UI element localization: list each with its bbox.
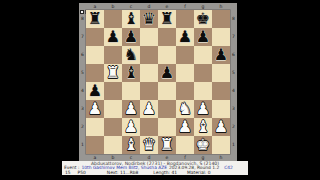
white-b-g2[interactable]: ♝	[194, 118, 212, 136]
video-frame: { "game": "chess", "position": "r1bqr1k1…	[0, 0, 320, 180]
stat-length: Length: 41	[153, 171, 177, 175]
square-f8[interactable]	[176, 10, 194, 28]
square-h3[interactable]	[212, 100, 230, 118]
black-k-g8[interactable]: ♚	[194, 10, 212, 28]
square-e1[interactable]: ♜	[158, 136, 176, 154]
rank-label-8: 8	[79, 10, 86, 28]
board-frame: abcdefgh 87654321 ♜♝♛♜♚♟♟♟♟♞♟♜♝♟♟♟♟♟♞♟♟♟…	[79, 3, 237, 161]
rank-label-3: 3	[79, 100, 86, 118]
rank-label-1: 1	[230, 136, 237, 154]
square-e6[interactable]	[158, 46, 176, 64]
rank-label-4: 4	[230, 82, 237, 100]
black-p-b7[interactable]: ♟	[104, 28, 122, 46]
file-label-f: f	[176, 3, 194, 10]
black-p-g7[interactable]: ♟	[194, 28, 212, 46]
board: ♜♝♛♜♚♟♟♟♟♞♟♜♝♟♟♟♟♟♞♟♟♟♝♟♝♛♜♚	[86, 10, 230, 154]
rank-label-5: 5	[230, 64, 237, 82]
white-p-h2[interactable]: ♟	[212, 118, 230, 136]
white-p-a3[interactable]: ♟	[86, 100, 104, 118]
white-r-e1[interactable]: ♜	[158, 136, 176, 154]
square-a7[interactable]	[86, 28, 104, 46]
square-b7[interactable]: ♟	[104, 28, 122, 46]
square-b2[interactable]	[104, 118, 122, 136]
file-label-f: f	[176, 154, 194, 161]
square-f6[interactable]	[176, 46, 194, 64]
file-labels-bottom: abcdefgh	[86, 154, 230, 161]
square-h2[interactable]: ♟	[212, 118, 230, 136]
square-d8[interactable]: ♛	[140, 10, 158, 28]
square-g1[interactable]: ♚	[194, 136, 212, 154]
square-g3[interactable]: ♟	[194, 100, 212, 118]
file-label-a: a	[86, 154, 104, 161]
black-q-d8[interactable]: ♛	[140, 10, 158, 28]
white-k-g1[interactable]: ♚	[194, 136, 212, 154]
square-b8[interactable]	[104, 10, 122, 28]
rank-label-6: 6	[230, 46, 237, 64]
square-a3[interactable]: ♟	[86, 100, 104, 118]
rank-label-6: 6	[79, 46, 86, 64]
black-p-f7[interactable]: ♟	[176, 28, 194, 46]
black-r-e8[interactable]: ♜	[158, 10, 176, 28]
rank-label-1: 1	[79, 136, 86, 154]
black-p-c7[interactable]: ♟	[122, 28, 140, 46]
square-h1[interactable]	[212, 136, 230, 154]
square-h4[interactable]	[212, 82, 230, 100]
square-f3[interactable]: ♞	[176, 100, 194, 118]
white-r-b5[interactable]: ♜	[104, 64, 122, 82]
file-label-e: e	[158, 154, 176, 161]
rank-label-5: 5	[79, 64, 86, 82]
file-label-c: c	[122, 154, 140, 161]
square-a4[interactable]: ♟	[86, 82, 104, 100]
info-panel: Abdusattorov, Nodirbek (2731) - Bogdanov…	[62, 161, 248, 175]
rank-label-8: 8	[230, 10, 237, 28]
square-f5[interactable]	[176, 64, 194, 82]
square-c7[interactable]: ♟	[122, 28, 140, 46]
white-p-c3[interactable]: ♟	[122, 100, 140, 118]
square-c2[interactable]: ♟	[122, 118, 140, 136]
square-b1[interactable]	[104, 136, 122, 154]
black-p-a4[interactable]: ♟	[86, 82, 104, 100]
square-f4[interactable]	[176, 82, 194, 100]
square-g7[interactable]: ♟	[194, 28, 212, 46]
square-e2[interactable]	[158, 118, 176, 136]
square-g4[interactable]	[194, 82, 212, 100]
square-b5[interactable]: ♜	[104, 64, 122, 82]
square-c5[interactable]: ♝	[122, 64, 140, 82]
stat-material: Material: 0	[187, 171, 211, 175]
square-e8[interactable]: ♜	[158, 10, 176, 28]
square-h8[interactable]	[212, 10, 230, 28]
square-g5[interactable]	[194, 64, 212, 82]
rank-label-7: 7	[230, 28, 237, 46]
white-p-f2[interactable]: ♟	[176, 118, 194, 136]
square-c8[interactable]: ♝	[122, 10, 140, 28]
square-g6[interactable]	[194, 46, 212, 64]
square-d6[interactable]	[140, 46, 158, 64]
square-a1[interactable]	[86, 136, 104, 154]
square-a8[interactable]: ♜	[86, 10, 104, 28]
square-d2[interactable]	[140, 118, 158, 136]
rank-labels-right: 87654321	[230, 10, 237, 154]
square-b4[interactable]	[104, 82, 122, 100]
file-label-d: d	[140, 154, 158, 161]
square-g8[interactable]: ♚	[194, 10, 212, 28]
square-d4[interactable]	[140, 82, 158, 100]
square-f2[interactable]: ♟	[176, 118, 194, 136]
square-d5[interactable]	[140, 64, 158, 82]
rank-label-4: 4	[79, 82, 86, 100]
file-label-h: h	[212, 3, 230, 10]
black-n-c6[interactable]: ♞	[122, 46, 140, 64]
white-b-c1[interactable]: ♝	[122, 136, 140, 154]
stat-counter: 15	[65, 171, 71, 175]
rank-label-7: 7	[79, 28, 86, 46]
black-b-c8[interactable]: ♝	[122, 10, 140, 28]
white-p-c2[interactable]: ♟	[122, 118, 140, 136]
square-a5[interactable]	[86, 64, 104, 82]
square-h6[interactable]: ♟	[212, 46, 230, 64]
black-b-c5[interactable]: ♝	[122, 64, 140, 82]
white-p-g3[interactable]: ♟	[194, 100, 212, 118]
eco-code: C42	[224, 166, 233, 171]
square-h7[interactable]	[212, 28, 230, 46]
square-a6[interactable]	[86, 46, 104, 64]
file-label-b: b	[104, 3, 122, 10]
white-p-d3[interactable]: ♟	[140, 100, 158, 118]
square-e5[interactable]: ♟	[158, 64, 176, 82]
square-e4[interactable]	[158, 82, 176, 100]
square-f1[interactable]	[176, 136, 194, 154]
black-p-h6[interactable]: ♟	[212, 46, 230, 64]
stat-p50: P50	[78, 171, 86, 175]
square-d1[interactable]: ♛	[140, 136, 158, 154]
black-p-e5[interactable]: ♟	[158, 64, 176, 82]
square-d7[interactable]	[140, 28, 158, 46]
square-f7[interactable]: ♟	[176, 28, 194, 46]
white-n-f3[interactable]: ♞	[176, 100, 194, 118]
file-label-g: g	[194, 154, 212, 161]
square-c6[interactable]: ♞	[122, 46, 140, 64]
square-c1[interactable]: ♝	[122, 136, 140, 154]
file-label-h: h	[212, 154, 230, 161]
square-b6[interactable]	[104, 46, 122, 64]
white-q-d1[interactable]: ♛	[140, 136, 158, 154]
square-h5[interactable]	[212, 64, 230, 82]
stat-next-move: Next: 11...Rb8	[107, 171, 139, 175]
square-g2[interactable]: ♝	[194, 118, 212, 136]
square-c3[interactable]: ♟	[122, 100, 140, 118]
black-r-a8[interactable]: ♜	[86, 10, 104, 28]
stats-line: 15 P50 Next: 11...Rb8 Length: 41 Materia…	[62, 171, 248, 175]
rank-labels-left: 87654321	[79, 10, 86, 154]
square-a2[interactable]	[86, 118, 104, 136]
rank-label-2: 2	[79, 118, 86, 136]
square-c4[interactable]	[122, 82, 140, 100]
square-e3[interactable]	[158, 100, 176, 118]
square-e7[interactable]	[158, 28, 176, 46]
square-b3[interactable]	[104, 100, 122, 118]
rank-label-2: 2	[230, 118, 237, 136]
rank-label-3: 3	[230, 100, 237, 118]
file-label-b: b	[104, 154, 122, 161]
square-d3[interactable]: ♟	[140, 100, 158, 118]
